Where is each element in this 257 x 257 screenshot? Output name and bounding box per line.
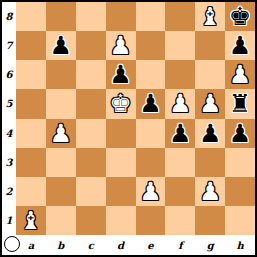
white-pawn[interactable]: ♟: [199, 91, 221, 116]
square-h8[interactable]: ♚: [225, 2, 255, 31]
white-bishop[interactable]: ♝: [199, 4, 221, 29]
square-h6[interactable]: ♟: [225, 60, 255, 89]
square-a2[interactable]: [16, 177, 46, 206]
square-c4[interactable]: [76, 119, 106, 148]
square-d5[interactable]: ♚: [106, 89, 136, 118]
to-move-indicator-area: [2, 235, 16, 255]
square-a1[interactable]: ♝: [16, 206, 46, 235]
square-f4[interactable]: ♟: [165, 119, 195, 148]
file-label-h: h: [225, 235, 255, 255]
square-a6[interactable]: [16, 60, 46, 89]
rank-label-2: 2: [2, 177, 16, 206]
black-pawn[interactable]: ♟: [229, 121, 251, 146]
black-pawn[interactable]: ♟: [50, 33, 72, 58]
file-label-e: e: [136, 235, 166, 255]
white-pawn[interactable]: ♟: [139, 179, 161, 204]
rank-label-1: 1: [2, 206, 16, 235]
square-c8[interactable]: [76, 2, 106, 31]
square-d6[interactable]: ♟: [106, 60, 136, 89]
square-e5[interactable]: ♟: [136, 89, 166, 118]
square-f6[interactable]: [165, 60, 195, 89]
black-pawn[interactable]: ♟: [169, 121, 191, 146]
square-d8[interactable]: [106, 2, 136, 31]
file-label-d: d: [106, 235, 136, 255]
square-h2[interactable]: [225, 177, 255, 206]
square-h7[interactable]: ♟: [225, 31, 255, 60]
square-d1[interactable]: [106, 206, 136, 235]
square-b7[interactable]: ♟: [46, 31, 76, 60]
square-g6[interactable]: [195, 60, 225, 89]
white-pawn[interactable]: ♟: [50, 121, 72, 146]
square-h3[interactable]: [225, 148, 255, 177]
rank-label-5: 5: [2, 89, 16, 118]
square-g2[interactable]: ♟: [195, 177, 225, 206]
rank-label-4: 4: [2, 119, 16, 148]
square-f8[interactable]: [165, 2, 195, 31]
square-b8[interactable]: [46, 2, 76, 31]
rank-label-7: 7: [2, 31, 16, 60]
black-pawn[interactable]: ♟: [199, 121, 221, 146]
white-pawn[interactable]: ♟: [169, 91, 191, 116]
black-pawn[interactable]: ♟: [229, 33, 251, 58]
square-g4[interactable]: ♟: [195, 119, 225, 148]
square-c2[interactable]: [76, 177, 106, 206]
black-pawn[interactable]: ♟: [109, 62, 131, 87]
rank-label-6: 6: [2, 60, 16, 89]
square-d2[interactable]: [106, 177, 136, 206]
square-e8[interactable]: [136, 2, 166, 31]
square-g7[interactable]: [195, 31, 225, 60]
square-b4[interactable]: ♟: [46, 119, 76, 148]
square-d4[interactable]: [106, 119, 136, 148]
square-e2[interactable]: ♟: [136, 177, 166, 206]
white-bishop[interactable]: ♝: [20, 208, 42, 233]
black-pawn[interactable]: ♟: [139, 91, 161, 116]
square-d7[interactable]: ♟: [106, 31, 136, 60]
square-g3[interactable]: [195, 148, 225, 177]
white-king[interactable]: ♚: [109, 91, 131, 116]
square-g8[interactable]: ♝: [195, 2, 225, 31]
square-c7[interactable]: [76, 31, 106, 60]
square-d3[interactable]: [106, 148, 136, 177]
square-a4[interactable]: [16, 119, 46, 148]
rank-label-3: 3: [2, 148, 16, 177]
square-f7[interactable]: [165, 31, 195, 60]
square-b6[interactable]: [46, 60, 76, 89]
square-c1[interactable]: [76, 206, 106, 235]
white-pawn[interactable]: ♟: [109, 33, 131, 58]
square-e3[interactable]: [136, 148, 166, 177]
white-pawn[interactable]: ♟: [229, 62, 251, 87]
file-label-b: b: [46, 235, 76, 255]
square-a5[interactable]: [16, 89, 46, 118]
chess-board-diagram: 87654321 ♝♚♟♟♟♟♟♚♟♟♟♜♟♟♟♟♟♟♝ abcdefgh: [0, 0, 257, 257]
file-label-f: f: [165, 235, 195, 255]
black-king[interactable]: ♚: [229, 4, 251, 29]
file-label-c: c: [76, 235, 106, 255]
file-labels: abcdefgh: [16, 235, 255, 255]
square-b1[interactable]: [46, 206, 76, 235]
square-f1[interactable]: [165, 206, 195, 235]
square-e7[interactable]: [136, 31, 166, 60]
square-c3[interactable]: [76, 148, 106, 177]
file-label-g: g: [195, 235, 225, 255]
square-h1[interactable]: [225, 206, 255, 235]
square-b2[interactable]: [46, 177, 76, 206]
square-c5[interactable]: [76, 89, 106, 118]
white-pawn[interactable]: ♟: [199, 179, 221, 204]
file-label-a: a: [16, 235, 46, 255]
square-e1[interactable]: [136, 206, 166, 235]
square-g1[interactable]: [195, 206, 225, 235]
rank-label-8: 8: [2, 2, 16, 31]
square-e4[interactable]: [136, 119, 166, 148]
square-f3[interactable]: [165, 148, 195, 177]
square-b3[interactable]: [46, 148, 76, 177]
black-rook[interactable]: ♜: [229, 91, 251, 116]
square-h4[interactable]: ♟: [225, 119, 255, 148]
square-f5[interactable]: ♟: [165, 89, 195, 118]
chess-board: ♝♚♟♟♟♟♟♚♟♟♟♜♟♟♟♟♟♟♝: [16, 2, 255, 235]
square-a3[interactable]: [16, 148, 46, 177]
square-a8[interactable]: [16, 2, 46, 31]
square-f2[interactable]: [165, 177, 195, 206]
square-g5[interactable]: ♟: [195, 89, 225, 118]
square-b5[interactable]: [46, 89, 76, 118]
square-c6[interactable]: [76, 60, 106, 89]
square-a7[interactable]: [16, 31, 46, 60]
square-h5[interactable]: ♜: [225, 89, 255, 118]
square-e6[interactable]: [136, 60, 166, 89]
rank-labels: 87654321: [2, 2, 16, 235]
